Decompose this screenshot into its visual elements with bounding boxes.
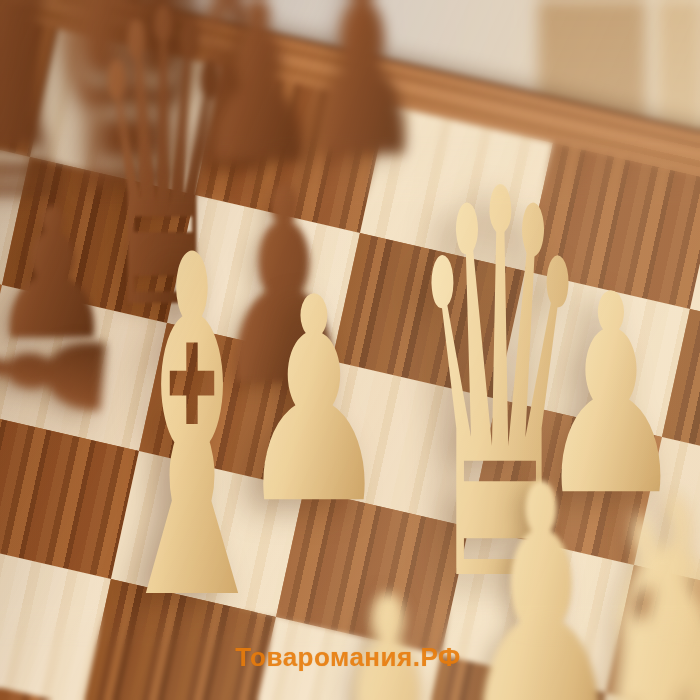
board-squares [0,0,700,700]
chess-board [0,0,700,700]
watermark: Товаромания.РФ [235,642,460,673]
chess-photo-scene: ♚♜♝♟♟♛♟♟♟♟♟♛♝♟♞♟ Товаромания.РФ [0,0,700,700]
